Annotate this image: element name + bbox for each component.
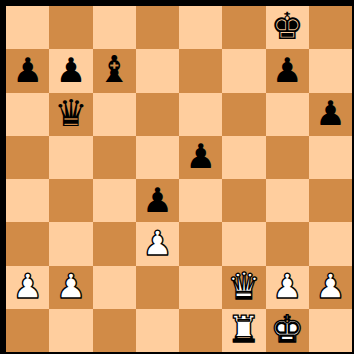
square-c6[interactable] xyxy=(93,93,136,136)
square-d3[interactable]: ♟ xyxy=(136,222,179,265)
square-h3[interactable] xyxy=(309,222,352,265)
square-b6[interactable]: ♛ xyxy=(49,93,92,136)
square-g7[interactable]: ♟ xyxy=(266,49,309,92)
square-a2[interactable]: ♟ xyxy=(6,266,49,309)
square-b7[interactable]: ♟ xyxy=(49,49,92,92)
square-g5[interactable] xyxy=(266,136,309,179)
square-a4[interactable] xyxy=(6,179,49,222)
square-e5[interactable]: ♟ xyxy=(179,136,222,179)
white-pawn-icon: ♟ xyxy=(272,269,302,303)
square-g4[interactable] xyxy=(266,179,309,222)
square-g1[interactable]: ♚ xyxy=(266,309,309,352)
black-pawn-icon: ♟ xyxy=(12,53,42,87)
white-pawn-icon: ♟ xyxy=(12,269,42,303)
square-f8[interactable] xyxy=(222,6,265,49)
square-f2[interactable]: ♛ xyxy=(222,266,265,309)
square-d6[interactable] xyxy=(136,93,179,136)
square-c3[interactable] xyxy=(93,222,136,265)
square-f3[interactable] xyxy=(222,222,265,265)
square-h4[interactable] xyxy=(309,179,352,222)
square-h2[interactable]: ♟ xyxy=(309,266,352,309)
square-a5[interactable] xyxy=(6,136,49,179)
square-a6[interactable] xyxy=(6,93,49,136)
black-bishop-icon: ♝ xyxy=(98,51,131,88)
square-a8[interactable] xyxy=(6,6,49,49)
square-c1[interactable] xyxy=(93,309,136,352)
square-a1[interactable] xyxy=(6,309,49,352)
black-pawn-icon: ♟ xyxy=(56,53,86,87)
chessboard-frame: ♚♟♟♝♟♛♟♟♟♟♟♟♛♟♟♜♚ xyxy=(0,0,354,354)
square-b5[interactable] xyxy=(49,136,92,179)
white-king-icon: ♚ xyxy=(271,311,304,348)
square-c5[interactable] xyxy=(93,136,136,179)
square-c8[interactable] xyxy=(93,6,136,49)
square-c2[interactable] xyxy=(93,266,136,309)
white-pawn-icon: ♟ xyxy=(142,226,172,260)
square-e6[interactable] xyxy=(179,93,222,136)
square-g2[interactable]: ♟ xyxy=(266,266,309,309)
black-pawn-icon: ♟ xyxy=(185,139,215,173)
square-a7[interactable]: ♟ xyxy=(6,49,49,92)
square-c4[interactable] xyxy=(93,179,136,222)
square-d1[interactable] xyxy=(136,309,179,352)
chessboard: ♚♟♟♝♟♛♟♟♟♟♟♟♛♟♟♜♚ xyxy=(6,6,352,352)
square-e7[interactable] xyxy=(179,49,222,92)
white-pawn-icon: ♟ xyxy=(315,269,345,303)
square-g6[interactable] xyxy=(266,93,309,136)
square-e2[interactable] xyxy=(179,266,222,309)
black-queen-icon: ♛ xyxy=(54,95,87,132)
square-f7[interactable] xyxy=(222,49,265,92)
black-pawn-icon: ♟ xyxy=(315,96,345,130)
square-f5[interactable] xyxy=(222,136,265,179)
square-h1[interactable] xyxy=(309,309,352,352)
square-d4[interactable]: ♟ xyxy=(136,179,179,222)
white-queen-icon: ♛ xyxy=(227,268,260,305)
square-b4[interactable] xyxy=(49,179,92,222)
square-h6[interactable]: ♟ xyxy=(309,93,352,136)
square-h8[interactable] xyxy=(309,6,352,49)
square-d7[interactable] xyxy=(136,49,179,92)
white-rook-icon: ♜ xyxy=(227,311,260,348)
square-f1[interactable]: ♜ xyxy=(222,309,265,352)
square-e4[interactable] xyxy=(179,179,222,222)
square-c7[interactable]: ♝ xyxy=(93,49,136,92)
square-e3[interactable] xyxy=(179,222,222,265)
square-a3[interactable] xyxy=(6,222,49,265)
black-pawn-icon: ♟ xyxy=(142,183,172,217)
square-b8[interactable] xyxy=(49,6,92,49)
square-b2[interactable]: ♟ xyxy=(49,266,92,309)
square-f6[interactable] xyxy=(222,93,265,136)
square-d2[interactable] xyxy=(136,266,179,309)
square-g8[interactable]: ♚ xyxy=(266,6,309,49)
square-e8[interactable] xyxy=(179,6,222,49)
square-g3[interactable] xyxy=(266,222,309,265)
white-pawn-icon: ♟ xyxy=(56,269,86,303)
square-d5[interactable] xyxy=(136,136,179,179)
square-b3[interactable] xyxy=(49,222,92,265)
square-h7[interactable] xyxy=(309,49,352,92)
square-d8[interactable] xyxy=(136,6,179,49)
square-b1[interactable] xyxy=(49,309,92,352)
black-pawn-icon: ♟ xyxy=(272,53,302,87)
square-h5[interactable] xyxy=(309,136,352,179)
square-e1[interactable] xyxy=(179,309,222,352)
square-f4[interactable] xyxy=(222,179,265,222)
black-king-icon: ♚ xyxy=(271,8,304,45)
